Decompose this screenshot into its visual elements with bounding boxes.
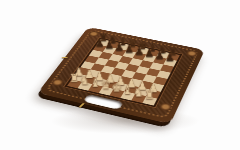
piece-black-pawn-h7[interactable]: ♟ [165, 47, 176, 63]
piece-white-rook-h1[interactable]: ♜ [144, 84, 156, 101]
brass-latch-icon [79, 103, 85, 108]
piece-black-pawn-g7[interactable]: ♟ [154, 45, 165, 61]
brass-latch-icon [62, 57, 68, 58]
